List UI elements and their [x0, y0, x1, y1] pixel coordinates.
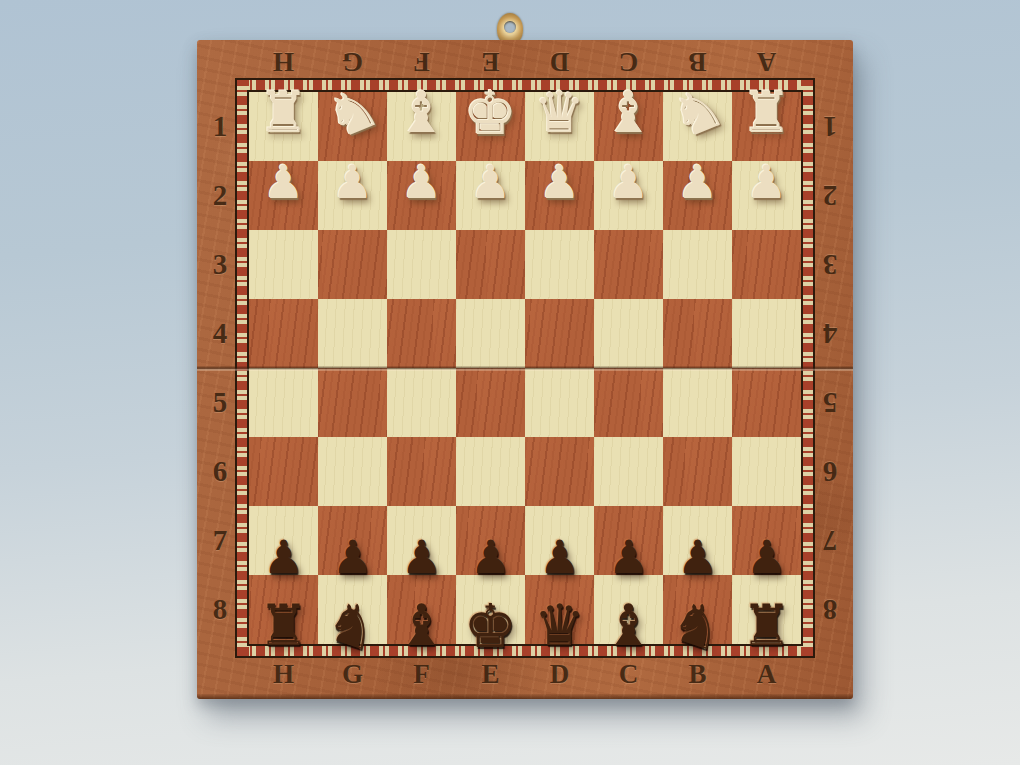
square-d6[interactable]: [525, 437, 594, 506]
file-label-top-F: F: [387, 45, 456, 79]
file-label-top-G: G: [318, 45, 387, 79]
square-a8[interactable]: ♜: [732, 575, 801, 644]
square-b8[interactable]: ♞: [663, 575, 732, 644]
rank-label-left-4: 4: [201, 299, 239, 368]
file-label-top-C: C: [594, 45, 663, 79]
square-g6[interactable]: [318, 437, 387, 506]
square-c7[interactable]: ♟: [594, 506, 663, 575]
black-pawn-h7[interactable]: ♟: [263, 534, 304, 580]
square-h3[interactable]: [249, 230, 318, 299]
file-label-bottom-F: F: [387, 652, 456, 696]
square-c3[interactable]: [594, 230, 663, 299]
square-h7[interactable]: ♟: [249, 506, 318, 575]
square-f8[interactable]: ♝: [387, 575, 456, 644]
square-g2[interactable]: ♟: [318, 161, 387, 230]
file-label-bottom-H: H: [249, 652, 318, 696]
white-pawn-a2[interactable]: ♟: [746, 159, 787, 205]
black-pawn-f7[interactable]: ♟: [401, 534, 442, 580]
black-pawn-c7[interactable]: ♟: [608, 534, 649, 580]
white-bishop-f1[interactable]: ♝: [396, 84, 447, 141]
black-pawn-d7[interactable]: ♟: [539, 534, 580, 580]
rank-label-right-4: 4: [811, 299, 849, 368]
square-a5[interactable]: [732, 368, 801, 437]
square-d5[interactable]: [525, 368, 594, 437]
white-pawn-g2[interactable]: ♟: [332, 159, 373, 205]
square-c5[interactable]: [594, 368, 663, 437]
square-f1[interactable]: ♝: [387, 92, 456, 161]
square-f5[interactable]: [387, 368, 456, 437]
square-g8[interactable]: ♞: [318, 575, 387, 644]
white-rook-h1[interactable]: ♜: [258, 84, 309, 141]
square-h6[interactable]: [249, 437, 318, 506]
chess-board: HGFEDCBA HGFEDCBA 12345678 12345678 ♜♞♝♚…: [197, 40, 853, 699]
square-e7[interactable]: ♟: [456, 506, 525, 575]
square-f6[interactable]: [387, 437, 456, 506]
square-d1[interactable]: ♛: [525, 92, 594, 161]
square-f7[interactable]: ♟: [387, 506, 456, 575]
square-d4[interactable]: [525, 299, 594, 368]
white-king-e1[interactable]: ♚: [464, 83, 518, 143]
rank-label-right-3: 3: [811, 230, 849, 299]
white-pawn-e2[interactable]: ♟: [470, 159, 511, 205]
file-label-top-E: E: [456, 45, 525, 79]
square-e5[interactable]: [456, 368, 525, 437]
black-rook-h8[interactable]: ♜: [258, 597, 309, 654]
white-pawn-d2[interactable]: ♟: [539, 159, 580, 205]
square-b3[interactable]: [663, 230, 732, 299]
file-label-top-B: B: [663, 45, 732, 79]
square-h5[interactable]: [249, 368, 318, 437]
file-label-top-D: D: [525, 45, 594, 79]
black-bishop-c8[interactable]: ♝: [603, 597, 654, 654]
hinge-fold-seam: [197, 366, 853, 371]
rank-label-right-6: 6: [811, 437, 849, 506]
file-label-top-H: H: [249, 45, 318, 79]
square-a1[interactable]: ♜: [732, 92, 801, 161]
file-label-bottom-C: C: [594, 652, 663, 696]
square-b1[interactable]: ♞: [663, 92, 732, 161]
square-c2[interactable]: ♟: [594, 161, 663, 230]
rank-label-right-5: 5: [811, 368, 849, 437]
rank-label-right-7: 7: [811, 506, 849, 575]
square-e1[interactable]: ♚: [456, 92, 525, 161]
white-pawn-c2[interactable]: ♟: [608, 159, 649, 205]
file-labels-top: HGFEDCBA: [249, 45, 801, 79]
square-a2[interactable]: ♟: [732, 161, 801, 230]
square-e6[interactable]: [456, 437, 525, 506]
square-h8[interactable]: ♜: [249, 575, 318, 644]
rank-label-right-2: 2: [811, 161, 849, 230]
square-e3[interactable]: [456, 230, 525, 299]
rank-label-left-6: 6: [201, 437, 239, 506]
square-g3[interactable]: [318, 230, 387, 299]
white-pawn-h2[interactable]: ♟: [263, 159, 304, 205]
square-b6[interactable]: [663, 437, 732, 506]
square-b7[interactable]: ♟: [663, 506, 732, 575]
black-queen-d8[interactable]: ♛: [534, 597, 585, 654]
white-pawn-b2[interactable]: ♟: [677, 159, 718, 205]
square-f2[interactable]: ♟: [387, 161, 456, 230]
square-a3[interactable]: [732, 230, 801, 299]
rank-label-left-3: 3: [201, 230, 239, 299]
square-g5[interactable]: [318, 368, 387, 437]
square-e2[interactable]: ♟: [456, 161, 525, 230]
black-rook-a8[interactable]: ♜: [741, 597, 792, 654]
black-pawn-e7[interactable]: ♟: [470, 534, 511, 580]
black-king-e8[interactable]: ♚: [464, 596, 518, 656]
square-a6[interactable]: [732, 437, 801, 506]
file-label-bottom-A: A: [732, 652, 801, 696]
black-pawn-a7[interactable]: ♟: [746, 534, 787, 580]
file-labels-bottom: HGFEDCBA: [249, 652, 801, 696]
rank-label-left-5: 5: [201, 368, 239, 437]
square-d8[interactable]: ♛: [525, 575, 594, 644]
rank-label-left-2: 2: [201, 161, 239, 230]
square-h4[interactable]: [249, 299, 318, 368]
square-b5[interactable]: [663, 368, 732, 437]
rank-label-left-7: 7: [201, 506, 239, 575]
square-c8[interactable]: ♝: [594, 575, 663, 644]
rank-label-right-1: 1: [811, 92, 849, 161]
square-f3[interactable]: [387, 230, 456, 299]
file-label-top-A: A: [732, 45, 801, 79]
black-pawn-b7[interactable]: ♟: [677, 534, 718, 580]
square-g7[interactable]: ♟: [318, 506, 387, 575]
square-e4[interactable]: [456, 299, 525, 368]
square-c4[interactable]: [594, 299, 663, 368]
square-b4[interactable]: [663, 299, 732, 368]
file-label-bottom-D: D: [525, 652, 594, 696]
square-a7[interactable]: ♟: [732, 506, 801, 575]
white-bishop-c1[interactable]: ♝: [603, 84, 654, 141]
white-queen-d1[interactable]: ♛: [534, 84, 585, 141]
rank-label-left-8: 8: [201, 575, 239, 644]
black-bishop-f8[interactable]: ♝: [396, 597, 447, 654]
square-a4[interactable]: [732, 299, 801, 368]
square-f4[interactable]: [387, 299, 456, 368]
white-pawn-f2[interactable]: ♟: [401, 159, 442, 205]
square-d3[interactable]: [525, 230, 594, 299]
white-rook-a1[interactable]: ♜: [741, 84, 792, 141]
wall-background: HGFEDCBA HGFEDCBA 12345678 12345678 ♜♞♝♚…: [0, 0, 1020, 765]
square-g4[interactable]: [318, 299, 387, 368]
square-d2[interactable]: ♟: [525, 161, 594, 230]
square-d7[interactable]: ♟: [525, 506, 594, 575]
square-g1[interactable]: ♞: [318, 92, 387, 161]
rank-label-right-8: 8: [811, 575, 849, 644]
square-h2[interactable]: ♟: [249, 161, 318, 230]
square-e8[interactable]: ♚: [456, 575, 525, 644]
square-h1[interactable]: ♜: [249, 92, 318, 161]
square-b2[interactable]: ♟: [663, 161, 732, 230]
black-pawn-g7[interactable]: ♟: [332, 534, 373, 580]
rank-label-left-1: 1: [201, 92, 239, 161]
square-c6[interactable]: [594, 437, 663, 506]
square-c1[interactable]: ♝: [594, 92, 663, 161]
